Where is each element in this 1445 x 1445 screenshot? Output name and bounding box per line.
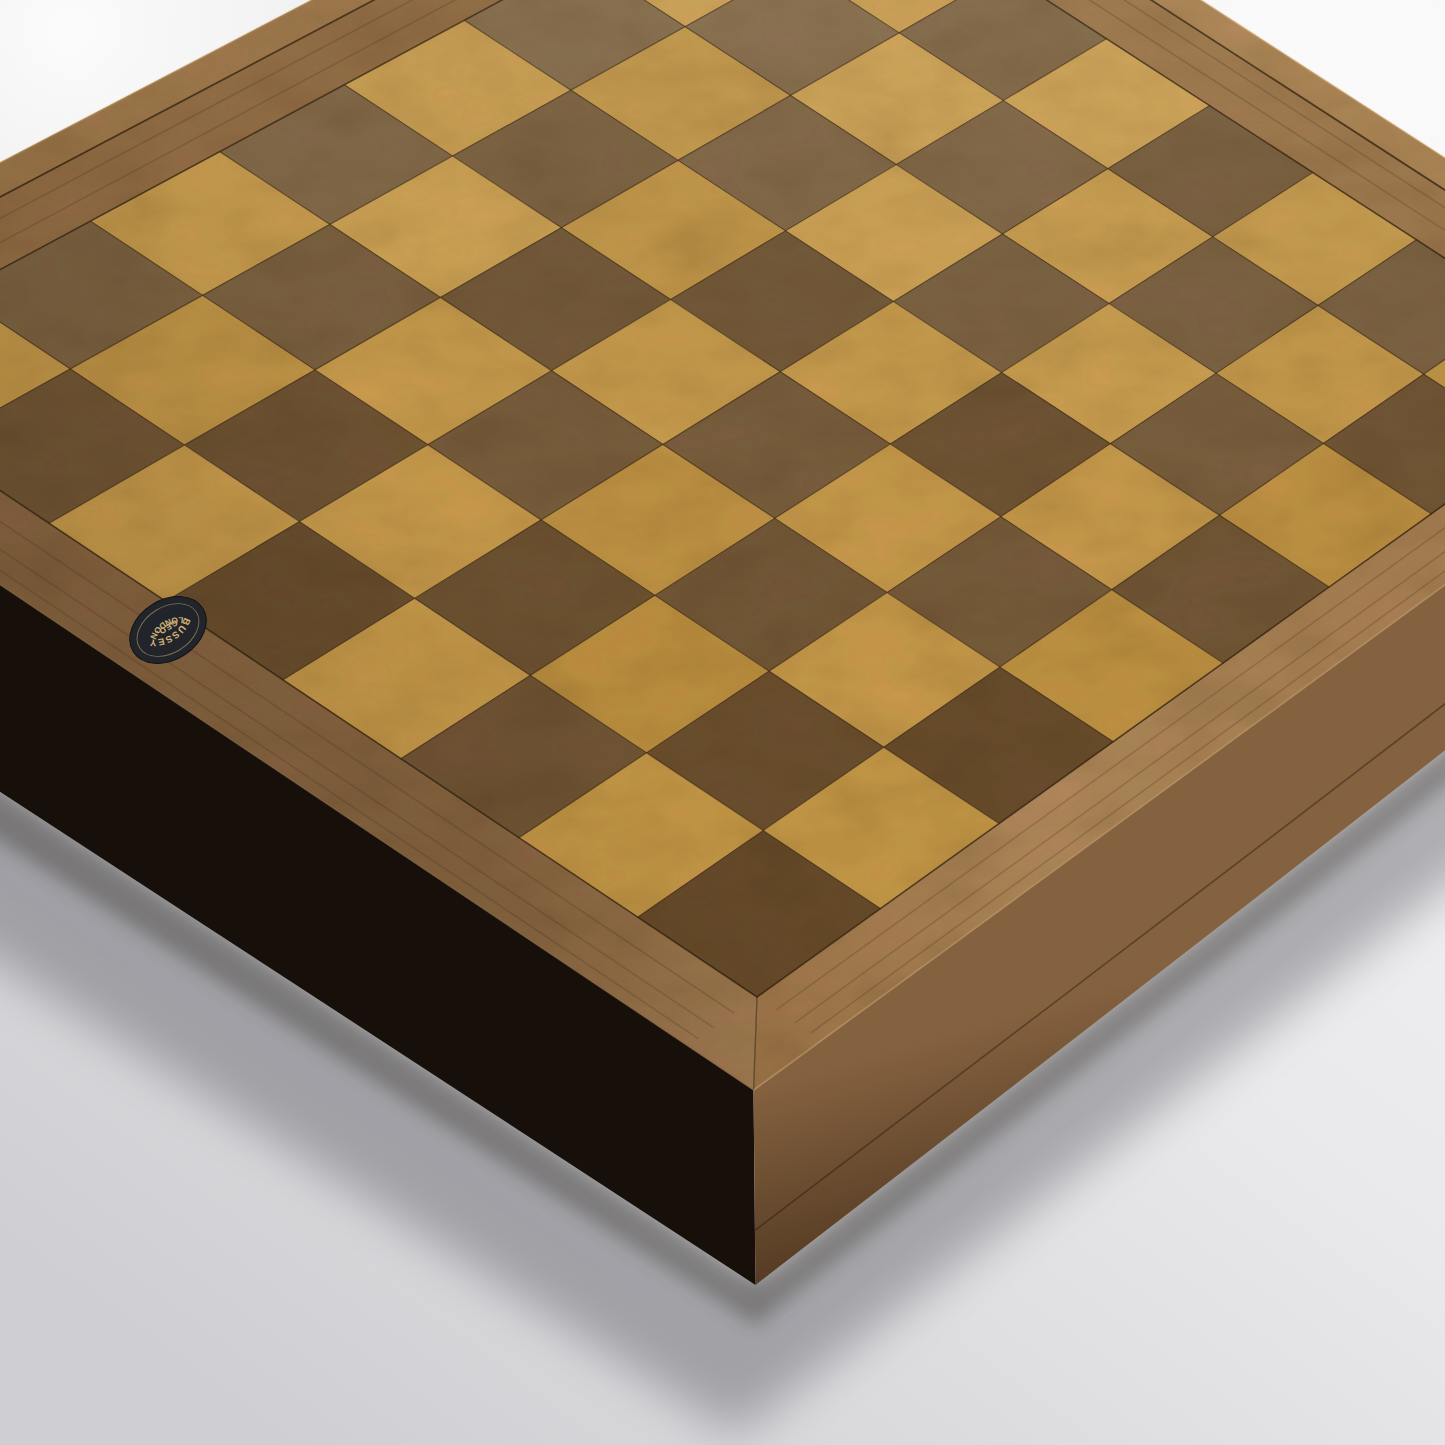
scene: BUSSEY GEO. LONDON — [0, 0, 1445, 1445]
board-photo: BUSSEY GEO. LONDON — [0, 0, 1445, 1445]
